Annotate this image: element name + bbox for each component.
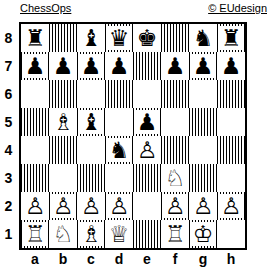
square-d3 [105, 164, 133, 192]
square-b7: ♟ [49, 52, 77, 80]
file-labels: abcdefgh [21, 251, 245, 268]
square-f4 [161, 136, 189, 164]
square-f1: ♖ [161, 220, 189, 248]
square-h1 [217, 220, 245, 248]
square-h8: ♜ [217, 24, 245, 52]
square-c2: ♙ [77, 192, 105, 220]
square-e3 [133, 164, 161, 192]
square-g2: ♙ [189, 192, 217, 220]
square-h2: ♙ [217, 192, 245, 220]
white-pawn-g2: ♙ [190, 194, 216, 218]
square-g1: ♔ [189, 220, 217, 248]
square-c8: ♝ [77, 24, 105, 52]
square-a8: ♜ [21, 24, 49, 52]
square-g3 [189, 164, 217, 192]
file-label-e: e [133, 251, 161, 268]
square-f3: ♘ [161, 164, 189, 192]
square-g7: ♟ [189, 52, 217, 80]
rank-label-6: 6 [0, 80, 17, 108]
white-queen-d1: ♕ [106, 222, 132, 246]
square-d2: ♙ [105, 192, 133, 220]
file-label-f: f [161, 251, 189, 268]
square-g8: ♞ [189, 24, 217, 52]
white-pawn-a2: ♙ [22, 194, 48, 218]
rank-label-4: 4 [0, 136, 17, 164]
square-e4: ♙ [133, 136, 161, 164]
square-a2: ♙ [21, 192, 49, 220]
chessops-title-link[interactable]: ChessOps [20, 2, 71, 15]
black-pawn-a7: ♟ [22, 54, 48, 78]
white-bishop-b5: ♗ [50, 110, 76, 134]
square-d5 [105, 108, 133, 136]
square-c7: ♟ [77, 52, 105, 80]
square-h7: ♟ [217, 52, 245, 80]
eudesign-credit-link[interactable]: © EUdesign [208, 2, 267, 15]
white-pawn-e4: ♙ [134, 138, 160, 162]
square-b3 [49, 164, 77, 192]
square-h4 [217, 136, 245, 164]
square-c3 [77, 164, 105, 192]
square-b1: ♘ [49, 220, 77, 248]
white-pawn-b2: ♙ [50, 194, 76, 218]
square-a5 [21, 108, 49, 136]
square-g5 [189, 108, 217, 136]
black-king-e8: ♚ [134, 26, 160, 50]
black-pawn-c7: ♟ [78, 54, 104, 78]
black-pawn-f7: ♟ [162, 54, 188, 78]
square-e5: ♟ [133, 108, 161, 136]
black-rook-h8: ♜ [218, 26, 244, 50]
white-rook-a1: ♖ [22, 222, 48, 246]
rank-label-5: 5 [0, 108, 17, 136]
rank-label-2: 2 [0, 192, 17, 220]
square-a1: ♖ [21, 220, 49, 248]
file-label-d: d [105, 251, 133, 268]
square-f7: ♟ [161, 52, 189, 80]
square-d6 [105, 80, 133, 108]
black-queen-d8: ♛ [106, 26, 132, 50]
board: ♜♝♛♚♞♜♟♟♟♟♟♟♟♗♝♟♞♙♘♙♙♙♙♙♙♙♖♘♗♕♖♔ [19, 22, 247, 250]
file-label-a: a [21, 251, 49, 268]
black-bishop-c8: ♝ [78, 26, 104, 50]
square-c4 [77, 136, 105, 164]
white-king-g1: ♔ [190, 222, 216, 246]
square-d8: ♛ [105, 24, 133, 52]
square-e7 [133, 52, 161, 80]
file-label-c: c [77, 251, 105, 268]
rank-label-7: 7 [0, 52, 17, 80]
black-pawn-b7: ♟ [50, 54, 76, 78]
square-a6 [21, 80, 49, 108]
square-b8 [49, 24, 77, 52]
black-pawn-d7: ♟ [106, 54, 132, 78]
white-bishop-c1: ♗ [78, 222, 104, 246]
black-knight-g8: ♞ [190, 26, 216, 50]
square-e8: ♚ [133, 24, 161, 52]
square-b6 [49, 80, 77, 108]
square-d4: ♞ [105, 136, 133, 164]
square-h6 [217, 80, 245, 108]
black-bishop-c5: ♝ [78, 110, 104, 134]
black-pawn-h7: ♟ [218, 54, 244, 78]
rank-label-1: 1 [0, 220, 17, 248]
square-f2: ♙ [161, 192, 189, 220]
white-pawn-d2: ♙ [106, 194, 132, 218]
square-e1 [133, 220, 161, 248]
square-a3 [21, 164, 49, 192]
square-a4 [21, 136, 49, 164]
file-label-g: g [189, 251, 217, 268]
square-c6 [77, 80, 105, 108]
square-b2: ♙ [49, 192, 77, 220]
square-f8 [161, 24, 189, 52]
black-knight-d4: ♞ [106, 138, 132, 162]
white-pawn-f2: ♙ [162, 194, 188, 218]
square-b5: ♗ [49, 108, 77, 136]
square-e6 [133, 80, 161, 108]
square-e2 [133, 192, 161, 220]
rank-label-8: 8 [0, 24, 17, 52]
square-c5: ♝ [77, 108, 105, 136]
black-pawn-g7: ♟ [190, 54, 216, 78]
square-h3 [217, 164, 245, 192]
square-c1: ♗ [77, 220, 105, 248]
rank-label-3: 3 [0, 164, 17, 192]
white-pawn-c2: ♙ [78, 194, 104, 218]
square-d7: ♟ [105, 52, 133, 80]
square-g4 [189, 136, 217, 164]
file-label-h: h [217, 251, 245, 268]
black-pawn-e5: ♟ [134, 110, 160, 134]
rank-labels: 87654321 [0, 24, 17, 248]
white-knight-b1: ♘ [50, 222, 76, 246]
white-rook-f1: ♖ [162, 222, 188, 246]
square-d1: ♕ [105, 220, 133, 248]
square-a7: ♟ [21, 52, 49, 80]
file-label-b: b [49, 251, 77, 268]
square-h5 [217, 108, 245, 136]
square-f5 [161, 108, 189, 136]
black-rook-a8: ♜ [22, 26, 48, 50]
white-knight-f3: ♘ [162, 166, 188, 190]
square-f6 [161, 80, 189, 108]
square-g6 [189, 80, 217, 108]
white-pawn-h2: ♙ [218, 194, 244, 218]
square-b4 [49, 136, 77, 164]
